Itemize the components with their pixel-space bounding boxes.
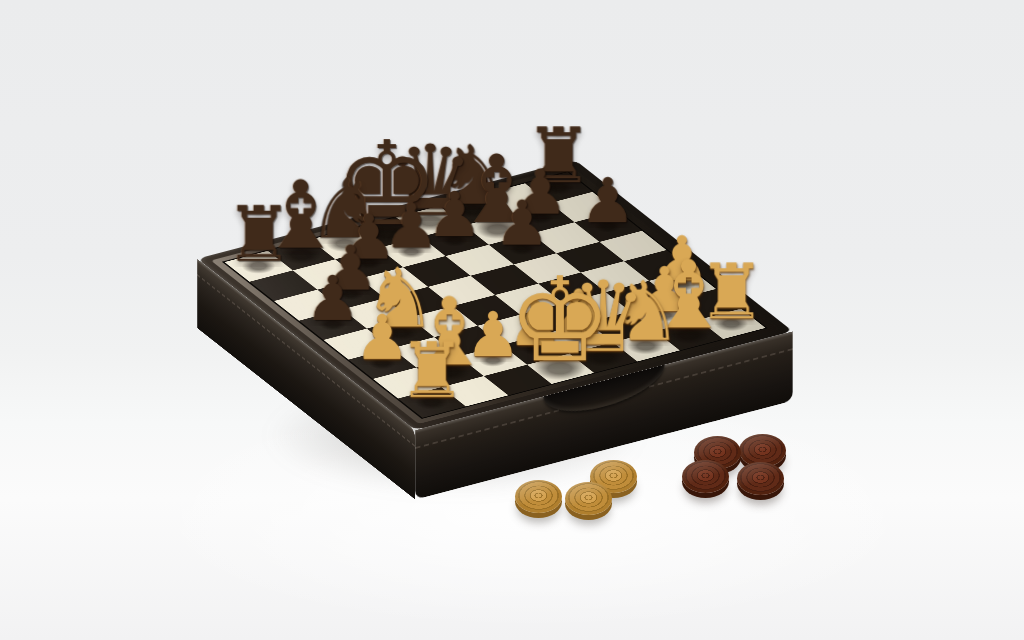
chess-piece-white-king-d1: ♚ xyxy=(500,252,620,368)
box-lid-top: ♜♞♟♛♟♝♚♟♞♟♟♝♟♜♟♟♟♜♟♞♝♟♞♟♛♟♟♚♝♜ xyxy=(197,160,793,430)
chess-piece-black-pawn-f6: ♟ xyxy=(462,186,582,248)
rook-glyph: ♜ xyxy=(372,333,492,409)
pawn-glyph: ♟ xyxy=(462,192,582,254)
checker-light-3 xyxy=(565,482,612,515)
chess-piece-white-rook-a1: ♜ xyxy=(372,326,492,402)
king-glyph: ♚ xyxy=(500,263,620,379)
product-photo-chess-set: ♜♞♟♛♟♝♚♟♞♟♟♝♟♜♟♟♟♜♟♞♝♟♞♟♛♟♟♚♝♜ xyxy=(0,0,1024,640)
checker-dark-4 xyxy=(737,462,784,495)
checker-light-2 xyxy=(515,480,562,513)
checker-dark-3 xyxy=(682,460,729,493)
game-box: ♜♞♟♛♟♝♚♟♞♟♟♝♟♜♟♟♟♜♟♞♝♟♞♟♛♟♟♚♝♜ xyxy=(197,160,793,430)
